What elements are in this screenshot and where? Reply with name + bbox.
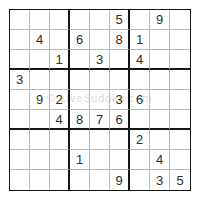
- cell-r2c9[interactable]: [170, 30, 190, 50]
- cell-r1c2[interactable]: [30, 10, 50, 30]
- cell-r2c7[interactable]: 1: [130, 30, 150, 50]
- cell-r8c1[interactable]: [10, 150, 30, 170]
- cell-r9c5[interactable]: [90, 170, 110, 190]
- cell-r7c2[interactable]: [30, 130, 50, 150]
- cell-r6c4[interactable]: 8: [70, 110, 90, 130]
- cell-r3c2[interactable]: [30, 50, 50, 70]
- cell-r3c1[interactable]: [10, 50, 30, 70]
- cell-r2c3[interactable]: [50, 30, 70, 50]
- cell-r2c8[interactable]: [150, 30, 170, 50]
- cell-r9c1[interactable]: [10, 170, 30, 190]
- cell-r2c4[interactable]: 6: [70, 30, 90, 50]
- cell-r7c1[interactable]: [10, 130, 30, 150]
- cell-r8c4[interactable]: 1: [70, 150, 90, 170]
- cell-r5c6[interactable]: 3: [110, 90, 130, 110]
- cell-r3c7[interactable]: 4: [130, 50, 150, 70]
- cell-r9c2[interactable]: [30, 170, 50, 190]
- cell-r8c5[interactable]: [90, 150, 110, 170]
- cell-r5c8[interactable]: [150, 90, 170, 110]
- cell-r1c3[interactable]: [50, 10, 70, 30]
- cell-r8c6[interactable]: [110, 150, 130, 170]
- sudoku-board: 594681134392364876214935: [9, 9, 191, 191]
- cell-r1c6[interactable]: 5: [110, 10, 130, 30]
- cell-r6c9[interactable]: [170, 110, 190, 130]
- cell-r4c4[interactable]: [70, 70, 90, 90]
- sudoku-page: © LiveSudoku.com 59468113439236487621493…: [0, 0, 200, 200]
- cell-r8c8[interactable]: 4: [150, 150, 170, 170]
- cell-r5c4[interactable]: [70, 90, 90, 110]
- cell-r5c3[interactable]: 2: [50, 90, 70, 110]
- cell-r7c8[interactable]: [150, 130, 170, 150]
- cell-r1c8[interactable]: 9: [150, 10, 170, 30]
- cell-r8c9[interactable]: [170, 150, 190, 170]
- cell-r5c5[interactable]: [90, 90, 110, 110]
- cell-r4c7[interactable]: [130, 70, 150, 90]
- cell-r3c6[interactable]: [110, 50, 130, 70]
- cell-r6c6[interactable]: 6: [110, 110, 130, 130]
- cell-r7c9[interactable]: [170, 130, 190, 150]
- cell-r7c6[interactable]: [110, 130, 130, 150]
- cell-r1c1[interactable]: [10, 10, 30, 30]
- cell-r3c4[interactable]: [70, 50, 90, 70]
- cell-r4c6[interactable]: [110, 70, 130, 90]
- cell-r1c5[interactable]: [90, 10, 110, 30]
- cell-r2c2[interactable]: 4: [30, 30, 50, 50]
- cell-r8c3[interactable]: [50, 150, 70, 170]
- cell-r6c2[interactable]: [30, 110, 50, 130]
- cell-r8c2[interactable]: [30, 150, 50, 170]
- cell-r4c3[interactable]: [50, 70, 70, 90]
- cell-r9c3[interactable]: [50, 170, 70, 190]
- cell-r3c3[interactable]: 1: [50, 50, 70, 70]
- cell-r4c1[interactable]: 3: [10, 70, 30, 90]
- cell-r4c2[interactable]: [30, 70, 50, 90]
- cell-r4c9[interactable]: [170, 70, 190, 90]
- cell-r1c9[interactable]: [170, 10, 190, 30]
- cell-r4c8[interactable]: [150, 70, 170, 90]
- cell-r9c8[interactable]: 3: [150, 170, 170, 190]
- cell-r5c1[interactable]: [10, 90, 30, 110]
- cell-r9c4[interactable]: [70, 170, 90, 190]
- cell-r2c5[interactable]: [90, 30, 110, 50]
- cell-r9c9[interactable]: 5: [170, 170, 190, 190]
- cell-r6c8[interactable]: [150, 110, 170, 130]
- cell-r7c4[interactable]: [70, 130, 90, 150]
- cell-r9c7[interactable]: [130, 170, 150, 190]
- cell-r6c1[interactable]: [10, 110, 30, 130]
- cell-r8c7[interactable]: [130, 150, 150, 170]
- cell-r6c5[interactable]: 7: [90, 110, 110, 130]
- cell-r3c8[interactable]: [150, 50, 170, 70]
- cell-r1c7[interactable]: [130, 10, 150, 30]
- cell-r3c9[interactable]: [170, 50, 190, 70]
- cell-r7c3[interactable]: [50, 130, 70, 150]
- cell-r3c5[interactable]: 3: [90, 50, 110, 70]
- cell-r7c5[interactable]: [90, 130, 110, 150]
- cell-r4c5[interactable]: [90, 70, 110, 90]
- cell-r6c3[interactable]: 4: [50, 110, 70, 130]
- cell-r5c7[interactable]: 6: [130, 90, 150, 110]
- cell-r9c6[interactable]: 9: [110, 170, 130, 190]
- cell-r2c6[interactable]: 8: [110, 30, 130, 50]
- cell-r5c9[interactable]: [170, 90, 190, 110]
- cell-r2c1[interactable]: [10, 30, 30, 50]
- cell-r5c2[interactable]: 9: [30, 90, 50, 110]
- cell-r1c4[interactable]: [70, 10, 90, 30]
- cell-r7c7[interactable]: 2: [130, 130, 150, 150]
- cell-r6c7[interactable]: [130, 110, 150, 130]
